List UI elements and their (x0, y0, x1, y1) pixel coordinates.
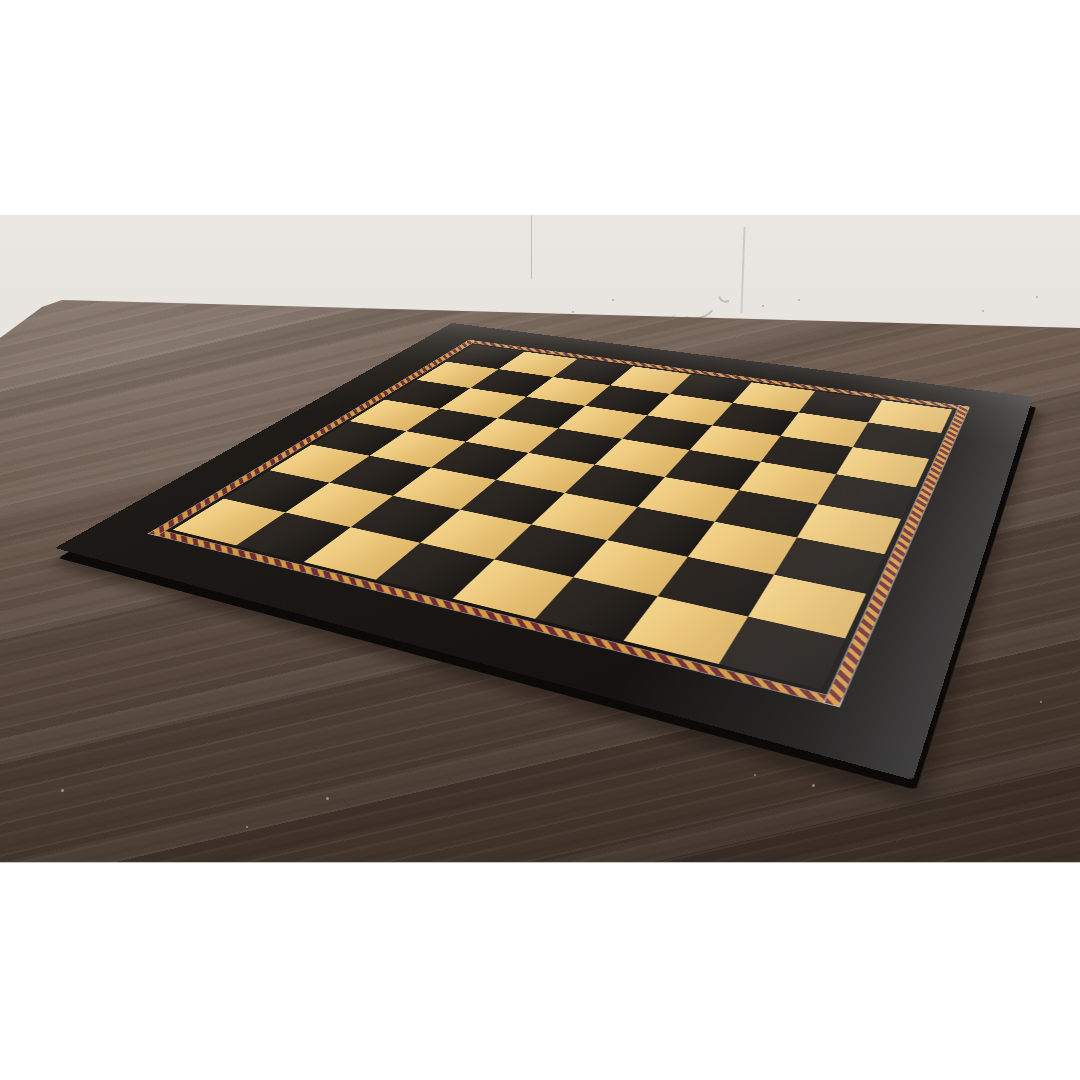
board-layer (0, 215, 1080, 863)
playfield (173, 345, 952, 690)
photo-area (0, 215, 1080, 863)
page-background: { "game": { "name": "chess", "state": "e… (0, 0, 1080, 1080)
chess-board (55, 323, 1033, 780)
